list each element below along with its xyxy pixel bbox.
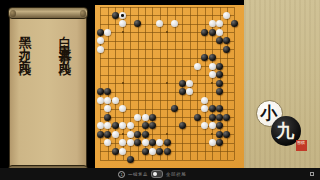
black-stone [216,71,223,78]
white-stone [97,122,104,129]
black-stone [134,139,141,146]
white-stone [127,139,134,146]
white-stone [186,88,193,95]
white-stone [201,97,208,104]
white-stone [112,131,119,138]
white-stone [104,122,111,129]
white-stone [209,122,216,129]
black-stone [112,122,119,129]
black-stone [112,12,119,19]
black-stone [216,88,223,95]
white-stone [194,63,201,70]
black-stone [223,46,230,53]
move-count-badge: 1 [118,171,125,178]
white-stone [119,12,126,19]
black-stone [104,114,111,121]
black-stone [216,37,223,44]
black-stone [171,105,178,112]
scroll-top-roll [8,7,88,19]
black-stone [142,122,149,129]
black-stone [209,29,216,36]
black-stone [97,131,104,138]
black-stone [216,114,223,121]
black-stone [142,131,149,138]
black-stone [164,139,171,146]
white-stone [134,114,141,121]
white-stone [112,97,119,104]
white-stone [223,12,230,19]
white-stone [156,20,163,27]
black-stone [149,139,156,146]
black-stone [194,114,201,121]
black-stone [104,88,111,95]
white-stone [142,139,149,146]
white-stone [127,122,134,129]
white-stone [209,20,216,27]
star-point [122,133,124,135]
black-stone [209,114,216,121]
black-stone [149,114,156,121]
black-stone [209,54,216,61]
black-stone [142,148,149,155]
black-stone [149,122,156,129]
white-stone [104,105,111,112]
black-stone [134,131,141,138]
black-stone [164,148,171,155]
white-stone [156,139,163,146]
white-stone [97,37,104,44]
black-stone [216,105,223,112]
white-stone [119,148,126,155]
side-panel: 小 九 围棋 [244,0,320,168]
black-stone [104,131,111,138]
black-stone [134,20,141,27]
black-player-label: 黑 一力辽 九段 [18,26,32,166]
white-stone [97,46,104,53]
board-grid-line [175,7,176,160]
black-stone [156,148,163,155]
white-stone [209,71,216,78]
black-stone [97,29,104,36]
control-label-right: 全部棋局 [166,172,186,177]
bottom-control-bar: 1 一键复盘 全部棋局 [0,168,320,180]
white-player-label: 白 申真谞 九段 [58,26,72,166]
black-stone [179,122,186,129]
white-stone [186,80,193,87]
player-banner-scroll: 白 申真谞 九段 黑 一力辽 九段 [9,8,87,176]
white-stone [209,63,216,70]
white-stone [104,97,111,104]
board-grid-line [234,7,235,160]
white-stone [209,139,216,146]
black-stone [223,131,230,138]
toggle-knob-icon [153,172,157,176]
white-stone [149,148,156,155]
white-stone [142,114,149,121]
black-stone [216,139,223,146]
black-stone [112,148,119,155]
black-stone [216,63,223,70]
black-stone [216,131,223,138]
black-stone [223,114,230,121]
display-toggle[interactable] [151,170,163,178]
black-stone [179,88,186,95]
white-stone [119,139,126,146]
board-grid-line [100,92,234,93]
white-stone [171,20,178,27]
black-stone [201,54,208,61]
white-stone [201,105,208,112]
black-stone [179,80,186,87]
board-grid-line [197,7,198,160]
white-stone [104,29,111,36]
white-stone [201,122,208,129]
black-stone [223,37,230,44]
black-stone [201,29,208,36]
white-stone [119,105,126,112]
control-label-left: 一键复盘 [128,172,148,177]
go-board[interactable] [95,5,244,168]
black-stone [231,20,238,27]
white-stone [127,131,134,138]
black-stone [216,80,223,87]
white-stone [216,20,223,27]
white-stone [104,139,111,146]
board-grid-line [100,100,234,101]
board-grid-line [100,160,234,161]
black-stone [97,88,104,95]
logo-red-seal: 围棋 [296,140,307,151]
fullscreen-icon[interactable] [310,172,315,177]
white-stone [97,97,104,104]
app-screen: 白 申真谞 九段 黑 一力辽 九段 小 九 围棋 1 一键复盘 全部棋局 [0,0,320,180]
black-stone [209,105,216,112]
scroll-knob [10,10,16,17]
app-logo: 小 九 围棋 [252,98,314,160]
playback-controls: 1 一键复盘 全部棋局 [118,170,186,178]
black-stone [127,156,134,163]
last-move-marker [121,14,124,17]
white-stone [216,29,223,36]
white-stone [119,122,126,129]
black-stone [216,122,223,129]
white-stone [119,20,126,27]
scroll-knob [80,10,86,17]
